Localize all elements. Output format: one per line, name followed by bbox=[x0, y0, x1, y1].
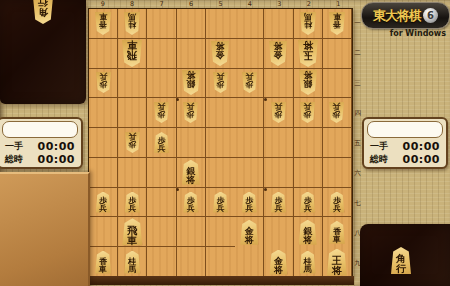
move-time-value: 00:00 bbox=[402, 140, 440, 153]
square-7-9[interactable] bbox=[147, 247, 176, 277]
sente-gold[interactable]: 金将 bbox=[240, 220, 258, 245]
square-3-8[interactable] bbox=[264, 217, 293, 247]
square-1-3[interactable] bbox=[323, 69, 352, 99]
square-8-5[interactable]: 歩兵 bbox=[118, 128, 147, 158]
square-7-1[interactable] bbox=[147, 9, 176, 39]
square-7-6[interactable] bbox=[147, 158, 176, 188]
piece-kanji: 車 bbox=[99, 12, 107, 20]
square-3-5[interactable] bbox=[264, 128, 293, 158]
sente-knight[interactable]: 桂馬 bbox=[300, 251, 316, 274]
square-6-1[interactable] bbox=[177, 9, 206, 39]
total-time-label: 総時 bbox=[370, 153, 388, 166]
move-time-value: 00:00 bbox=[37, 140, 75, 153]
piece-kanji: 馬 bbox=[128, 266, 136, 274]
piece-kanji: 兵 bbox=[128, 205, 136, 213]
gote-rook[interactable]: 飛車 bbox=[122, 40, 142, 67]
rank-label: 六 bbox=[353, 158, 362, 188]
gote-pawn[interactable]: 歩兵 bbox=[183, 102, 198, 123]
piece-box bbox=[0, 172, 90, 286]
square-7-4[interactable]: 歩兵 bbox=[147, 98, 176, 128]
square-5-7[interactable]: 歩兵 bbox=[206, 188, 235, 218]
app-window: 角行 987654321 香車桂馬桂馬香車飛車金将金将玉将歩兵銀将歩兵歩兵銀将歩… bbox=[0, 0, 450, 286]
sente-gold[interactable]: 金将 bbox=[269, 250, 287, 275]
square-2-8[interactable]: 銀将 bbox=[294, 217, 323, 247]
square-6-2[interactable] bbox=[177, 39, 206, 69]
square-5-6[interactable] bbox=[206, 158, 235, 188]
gote-total-time-row: 総時 00:00 bbox=[2, 153, 78, 166]
file-label: 3 bbox=[265, 0, 294, 8]
piece-kanji: 兵 bbox=[274, 102, 282, 110]
hoshi-dot bbox=[264, 188, 267, 191]
square-4-7[interactable]: 歩兵 bbox=[235, 188, 264, 218]
sente-king[interactable]: 王将 bbox=[327, 249, 347, 276]
piece-kanji: 将 bbox=[274, 41, 283, 50]
square-2-3[interactable]: 銀将 bbox=[294, 69, 323, 99]
piece-kanji: 車 bbox=[127, 40, 137, 50]
piece-kanji: 将 bbox=[332, 266, 342, 276]
square-9-4[interactable] bbox=[89, 98, 118, 128]
square-1-1[interactable]: 香車 bbox=[323, 9, 352, 39]
square-5-8[interactable] bbox=[206, 217, 235, 247]
square-6-8[interactable] bbox=[177, 217, 206, 247]
piece-kanji: 玉 bbox=[303, 49, 313, 59]
square-1-7[interactable]: 歩兵 bbox=[323, 188, 352, 218]
square-8-2[interactable]: 飛車 bbox=[118, 39, 147, 69]
file-label: 7 bbox=[147, 0, 176, 8]
file-label: 6 bbox=[176, 0, 205, 8]
square-4-3[interactable]: 歩兵 bbox=[235, 69, 264, 99]
piece-kanji: 歩 bbox=[245, 80, 253, 88]
sente-pawn[interactable]: 歩兵 bbox=[213, 192, 228, 213]
piece-kanji: 車 bbox=[333, 12, 341, 20]
square-8-4[interactable] bbox=[118, 98, 147, 128]
square-3-2[interactable]: 金将 bbox=[264, 39, 293, 69]
piece-kanji: 兵 bbox=[187, 205, 195, 213]
square-2-2[interactable]: 玉将 bbox=[294, 39, 323, 69]
piece-kanji: 将 bbox=[274, 266, 283, 275]
gote-knight[interactable]: 桂馬 bbox=[124, 12, 140, 35]
piece-kanji: 香 bbox=[333, 20, 341, 28]
piece-kanji: 銀 bbox=[303, 79, 312, 88]
piece-kanji: 歩 bbox=[216, 80, 224, 88]
total-time-label: 総時 bbox=[5, 153, 23, 166]
square-3-6[interactable] bbox=[264, 158, 293, 188]
move-time-label: 一手 bbox=[5, 140, 23, 153]
piece-kanji: 馬 bbox=[304, 266, 312, 274]
piece-kanji: 兵 bbox=[158, 145, 166, 153]
square-6-5[interactable] bbox=[177, 128, 206, 158]
square-6-6[interactable]: 銀将 bbox=[177, 158, 206, 188]
piece-kanji: 車 bbox=[99, 266, 107, 274]
sente-silver[interactable]: 銀将 bbox=[182, 160, 200, 185]
square-9-6[interactable] bbox=[89, 158, 118, 188]
rank-label: 三 bbox=[353, 68, 362, 98]
square-7-8[interactable] bbox=[147, 217, 176, 247]
piece-kanji: 車 bbox=[333, 236, 341, 244]
square-4-6[interactable] bbox=[235, 158, 264, 188]
sente-pawn[interactable]: 歩兵 bbox=[300, 192, 315, 213]
square-3-3[interactable] bbox=[264, 69, 293, 99]
piece-kanji: 将 bbox=[186, 70, 195, 79]
gote-gold[interactable]: 金将 bbox=[269, 41, 287, 66]
file-labels: 987654321 bbox=[88, 0, 353, 8]
sente-pawn[interactable]: 歩兵 bbox=[271, 192, 286, 213]
gote-pawn[interactable]: 歩兵 bbox=[213, 72, 228, 93]
square-4-4[interactable] bbox=[235, 98, 264, 128]
piece-kanji: 歩 bbox=[128, 140, 136, 148]
square-1-8[interactable]: 香車 bbox=[323, 217, 352, 247]
sente-hand-stand[interactable]: 角行 bbox=[360, 224, 450, 286]
piece-kanji: 歩 bbox=[158, 110, 166, 118]
file-label: 1 bbox=[324, 0, 353, 8]
sente-pawn[interactable]: 歩兵 bbox=[329, 192, 344, 213]
app-logo: 東大将棋 6 bbox=[361, 2, 450, 29]
file-label: 4 bbox=[235, 0, 264, 8]
piece-kanji: 兵 bbox=[216, 205, 224, 213]
gote-bishop[interactable]: 角行 bbox=[33, 0, 53, 24]
gote-pawn[interactable]: 歩兵 bbox=[154, 102, 169, 123]
piece-kanji: 歩 bbox=[274, 110, 282, 118]
piece-kanji: 兵 bbox=[333, 205, 341, 213]
gote-pawn[interactable]: 歩兵 bbox=[329, 102, 344, 123]
square-7-3[interactable] bbox=[147, 69, 176, 99]
square-6-9[interactable] bbox=[177, 247, 206, 277]
piece-kanji: 桂 bbox=[304, 20, 312, 28]
square-5-4[interactable] bbox=[206, 98, 235, 128]
square-1-4[interactable]: 歩兵 bbox=[323, 98, 352, 128]
gote-pawn[interactable]: 歩兵 bbox=[242, 72, 257, 93]
square-1-9[interactable]: 王将 bbox=[323, 247, 352, 277]
piece-kanji: 兵 bbox=[304, 102, 312, 110]
square-6-7[interactable]: 歩兵 bbox=[177, 188, 206, 218]
square-8-3[interactable] bbox=[118, 69, 147, 99]
sente-bishop[interactable]: 角行 bbox=[391, 247, 411, 274]
piece-kanji: 兵 bbox=[333, 102, 341, 110]
rank-label: 四 bbox=[353, 98, 362, 128]
square-8-7[interactable]: 歩兵 bbox=[118, 188, 147, 218]
total-time-value: 00:00 bbox=[402, 153, 440, 166]
square-5-5[interactable] bbox=[206, 128, 235, 158]
piece-kanji: 将 bbox=[216, 41, 225, 50]
sente-pawn[interactable]: 歩兵 bbox=[96, 192, 111, 213]
gote-pawn[interactable]: 歩兵 bbox=[271, 102, 286, 123]
piece-kanji: 将 bbox=[303, 40, 313, 50]
gote-move-time-row: 一手 00:00 bbox=[2, 140, 78, 153]
square-9-1[interactable]: 香車 bbox=[89, 9, 118, 39]
sente-move-time-row: 一手 00:00 bbox=[367, 140, 443, 153]
piece-kanji: 将 bbox=[303, 70, 312, 79]
piece-kanji: 兵 bbox=[158, 102, 166, 110]
piece-kanji: 将 bbox=[186, 176, 195, 185]
piece-kanji: 兵 bbox=[304, 205, 312, 213]
square-9-2[interactable] bbox=[89, 39, 118, 69]
gote-pawn[interactable]: 歩兵 bbox=[300, 102, 315, 123]
gote-king[interactable]: 玉将 bbox=[298, 40, 318, 67]
logo-title-text: 東大将棋 bbox=[373, 7, 421, 25]
piece-kanji: 馬 bbox=[128, 12, 136, 20]
piece-kanji: 歩 bbox=[333, 110, 341, 118]
gote-pawn[interactable]: 歩兵 bbox=[125, 132, 140, 153]
sente-rook[interactable]: 飛車 bbox=[122, 218, 142, 245]
sente-pawn[interactable]: 歩兵 bbox=[154, 132, 169, 153]
square-4-5[interactable] bbox=[235, 128, 264, 158]
square-8-6[interactable] bbox=[118, 158, 147, 188]
square-8-9[interactable]: 桂馬 bbox=[118, 247, 147, 277]
square-2-4[interactable]: 歩兵 bbox=[294, 98, 323, 128]
file-label: 8 bbox=[117, 0, 146, 8]
rank-label: 二 bbox=[353, 38, 362, 68]
square-4-9[interactable] bbox=[235, 247, 264, 277]
piece-kanji: 将 bbox=[303, 236, 312, 245]
piece-kanji: 将 bbox=[245, 236, 254, 245]
piece-kanji: 行 bbox=[396, 264, 406, 274]
square-1-2[interactable] bbox=[323, 39, 352, 69]
sente-lance[interactable]: 香車 bbox=[329, 221, 345, 244]
file-label: 2 bbox=[294, 0, 323, 8]
square-4-2[interactable] bbox=[235, 39, 264, 69]
sente-pawn[interactable]: 歩兵 bbox=[242, 192, 257, 213]
piece-kanji: 兵 bbox=[216, 72, 224, 80]
move-time-label: 一手 bbox=[370, 140, 388, 153]
square-4-1[interactable] bbox=[235, 9, 264, 39]
square-3-9[interactable]: 金将 bbox=[264, 247, 293, 277]
piece-kanji: 桂 bbox=[128, 20, 136, 28]
piece-kanji: 兵 bbox=[128, 132, 136, 140]
piece-kanji: 銀 bbox=[186, 79, 195, 88]
hoshi-dot bbox=[264, 98, 267, 101]
sente-player-name-field bbox=[367, 121, 443, 138]
gote-clock-panel: 一手 00:00 総時 00:00 bbox=[0, 117, 83, 169]
shogi-board[interactable]: 香車桂馬桂馬香車飛車金将金将玉将歩兵銀将歩兵歩兵銀将歩兵歩兵歩兵歩兵歩兵歩兵歩兵… bbox=[88, 8, 353, 278]
sente-lance[interactable]: 香車 bbox=[95, 251, 111, 274]
square-8-1[interactable]: 桂馬 bbox=[118, 9, 147, 39]
square-2-6[interactable] bbox=[294, 158, 323, 188]
total-time-value: 00:00 bbox=[37, 153, 75, 166]
piece-kanji: 兵 bbox=[187, 102, 195, 110]
square-2-5[interactable] bbox=[294, 128, 323, 158]
hoshi-dot bbox=[176, 98, 179, 101]
rank-label: 五 bbox=[353, 128, 362, 158]
gote-silver[interactable]: 銀将 bbox=[182, 70, 200, 95]
square-5-1[interactable] bbox=[206, 9, 235, 39]
square-9-9[interactable]: 香車 bbox=[89, 247, 118, 277]
piece-kanji: 兵 bbox=[274, 205, 282, 213]
square-2-9[interactable]: 桂馬 bbox=[294, 247, 323, 277]
gote-player-name-field bbox=[2, 121, 78, 138]
square-3-7[interactable]: 歩兵 bbox=[264, 188, 293, 218]
file-label: 9 bbox=[88, 0, 117, 8]
square-4-8[interactable]: 金将 bbox=[235, 217, 264, 247]
gote-lance[interactable]: 香車 bbox=[95, 12, 111, 35]
piece-kanji: 香 bbox=[99, 20, 107, 28]
square-3-4[interactable]: 歩兵 bbox=[264, 98, 293, 128]
sente-knight[interactable]: 桂馬 bbox=[124, 251, 140, 274]
sente-pawn[interactable]: 歩兵 bbox=[125, 192, 140, 213]
sente-clock-panel: 一手 00:00 総時 00:00 bbox=[362, 117, 448, 169]
piece-kanji: 兵 bbox=[99, 72, 107, 80]
square-6-3[interactable]: 銀将 bbox=[177, 69, 206, 99]
file-label: 5 bbox=[206, 0, 235, 8]
square-3-1[interactable] bbox=[264, 9, 293, 39]
square-7-2[interactable] bbox=[147, 39, 176, 69]
square-8-8[interactable]: 飛車 bbox=[118, 217, 147, 247]
piece-kanji: 飛 bbox=[127, 49, 137, 59]
gote-gold[interactable]: 金将 bbox=[211, 41, 229, 66]
board-side-edge bbox=[87, 276, 354, 285]
square-1-6[interactable] bbox=[323, 158, 352, 188]
logo-version-badge: 6 bbox=[423, 8, 438, 23]
piece-kanji: 兵 bbox=[245, 205, 253, 213]
gote-knight[interactable]: 桂馬 bbox=[300, 12, 316, 35]
piece-kanji: 車 bbox=[127, 236, 137, 246]
piece-kanji: 歩 bbox=[304, 110, 312, 118]
sente-pawn[interactable]: 歩兵 bbox=[183, 192, 198, 213]
gote-lance[interactable]: 香車 bbox=[329, 12, 345, 35]
square-7-7[interactable] bbox=[147, 188, 176, 218]
piece-kanji: 角 bbox=[38, 7, 48, 17]
piece-kanji: 歩 bbox=[187, 110, 195, 118]
rank-label: 七 bbox=[353, 188, 362, 218]
piece-kanji: 馬 bbox=[304, 12, 312, 20]
sente-silver[interactable]: 銀将 bbox=[299, 220, 317, 245]
square-1-5[interactable] bbox=[323, 128, 352, 158]
square-5-9[interactable] bbox=[206, 247, 235, 277]
square-7-5[interactable]: 歩兵 bbox=[147, 128, 176, 158]
gote-hand-stand[interactable]: 角行 bbox=[0, 0, 86, 104]
square-9-5[interactable] bbox=[89, 128, 118, 158]
square-2-1[interactable]: 桂馬 bbox=[294, 9, 323, 39]
gote-silver[interactable]: 銀将 bbox=[299, 70, 317, 95]
sente-total-time-row: 総時 00:00 bbox=[367, 153, 443, 166]
square-6-4[interactable]: 歩兵 bbox=[177, 98, 206, 128]
square-2-7[interactable]: 歩兵 bbox=[294, 188, 323, 218]
piece-kanji: 行 bbox=[38, 0, 48, 7]
piece-kanji: 兵 bbox=[99, 205, 107, 213]
logo-subtitle: for Windows bbox=[390, 29, 446, 38]
square-5-3[interactable]: 歩兵 bbox=[206, 69, 235, 99]
square-9-8[interactable] bbox=[89, 217, 118, 247]
piece-kanji: 歩 bbox=[99, 80, 107, 88]
square-9-7[interactable]: 歩兵 bbox=[89, 188, 118, 218]
square-5-2[interactable]: 金将 bbox=[206, 39, 235, 69]
square-9-3[interactable]: 歩兵 bbox=[89, 69, 118, 99]
hoshi-dot bbox=[176, 188, 179, 191]
gote-pawn[interactable]: 歩兵 bbox=[96, 72, 111, 93]
piece-kanji: 兵 bbox=[245, 72, 253, 80]
